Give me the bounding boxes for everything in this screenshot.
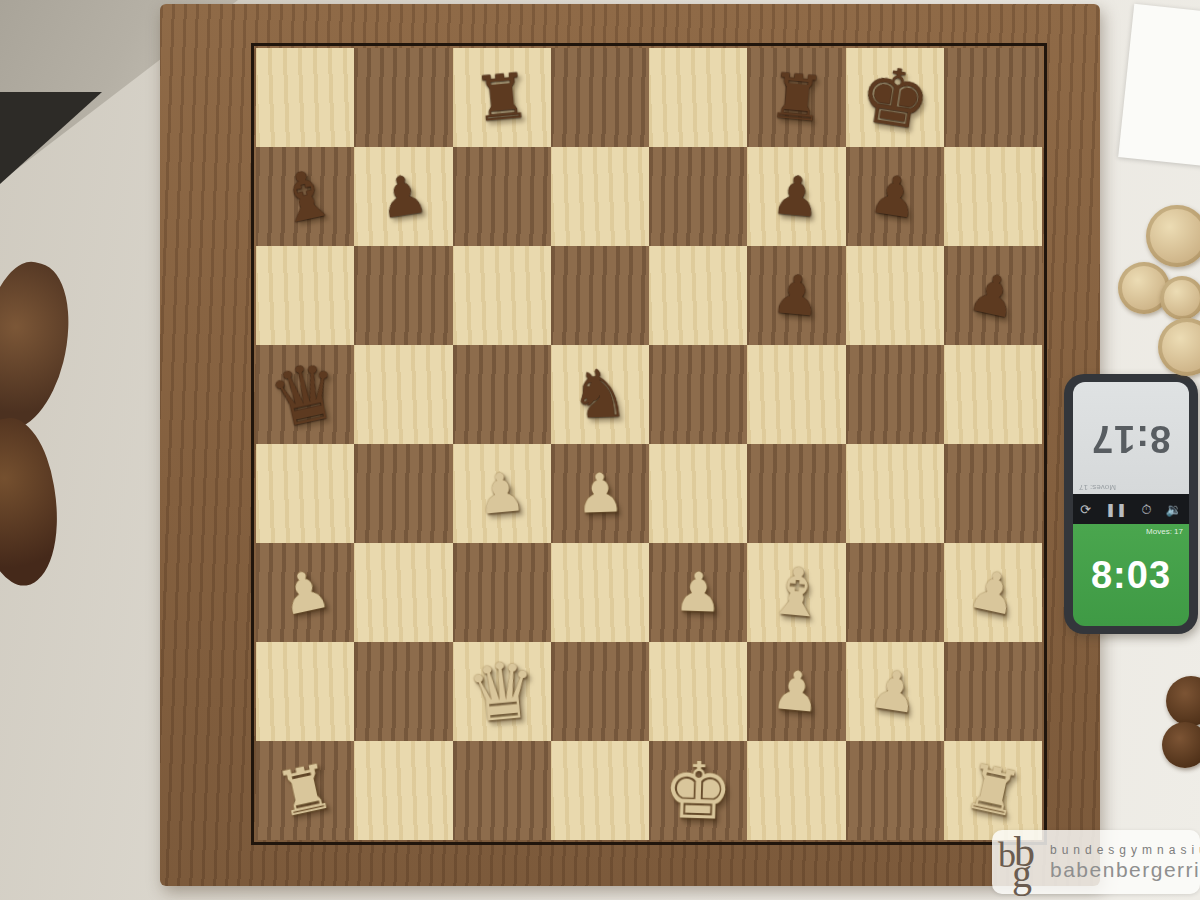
- chess-board-grid: ♜♜♚♝♟♟♟♟♟♛♞♟♟♟♟♝♟♛♟♟♜♚♜: [256, 48, 1042, 840]
- square-c7[interactable]: [453, 147, 551, 246]
- square-g3[interactable]: [846, 543, 944, 642]
- square-g4[interactable]: [846, 444, 944, 543]
- square-f6[interactable]: ♟: [747, 246, 845, 345]
- square-f2[interactable]: ♟: [747, 642, 845, 741]
- piece-white-rook-a1[interactable]: ♜: [271, 754, 339, 826]
- square-b5[interactable]: [354, 345, 452, 444]
- captured-black-piece: [1162, 722, 1200, 768]
- square-d8[interactable]: [551, 48, 649, 147]
- square-a4[interactable]: [256, 444, 354, 543]
- sound-icon[interactable]: 🔉: [1166, 503, 1182, 516]
- piece-black-bishop-a7[interactable]: ♝: [269, 158, 341, 235]
- square-c4[interactable]: ♟: [453, 444, 551, 543]
- square-b8[interactable]: [354, 48, 452, 147]
- square-d1[interactable]: [551, 741, 649, 840]
- chess-board: ♜♜♚♝♟♟♟♟♟♛♞♟♟♟♟♝♟♛♟♟♜♚♜: [160, 4, 1100, 886]
- school-name-line2: babenbergerring: [1050, 858, 1200, 882]
- piece-white-rook-h1[interactable]: ♜: [959, 754, 1027, 826]
- piece-black-rook-f8[interactable]: ♜: [766, 64, 827, 131]
- piece-black-pawn-f7[interactable]: ♟: [770, 167, 823, 225]
- pause-icon[interactable]: ❚❚: [1105, 503, 1127, 516]
- square-a6[interactable]: [256, 246, 354, 345]
- piece-black-pawn-f6[interactable]: ♟: [770, 266, 823, 324]
- square-e1[interactable]: ♚: [649, 741, 747, 840]
- opponent-move-counter: Moves: 17: [1079, 483, 1116, 492]
- piece-black-pawn-b7[interactable]: ♟: [375, 166, 431, 227]
- clock-player-half[interactable]: 8:03 Moves: 17: [1073, 524, 1189, 626]
- square-f7[interactable]: ♟: [747, 147, 845, 246]
- square-c5[interactable]: [453, 345, 551, 444]
- leather-piece-case: [0, 413, 69, 591]
- piece-white-pawn-h3[interactable]: ♟: [963, 561, 1022, 624]
- square-b2[interactable]: [354, 642, 452, 741]
- square-e2[interactable]: [649, 642, 747, 741]
- square-h7[interactable]: [944, 147, 1042, 246]
- square-b6[interactable]: [354, 246, 452, 345]
- square-a3[interactable]: ♟: [256, 543, 354, 642]
- leather-piece-case: [0, 254, 85, 437]
- piece-black-pawn-h6[interactable]: ♟: [963, 264, 1022, 327]
- square-b3[interactable]: [354, 543, 452, 642]
- square-h4[interactable]: [944, 444, 1042, 543]
- square-h1[interactable]: ♜: [944, 741, 1042, 840]
- square-c1[interactable]: [453, 741, 551, 840]
- piece-white-pawn-e3[interactable]: ♟: [673, 565, 723, 620]
- square-e7[interactable]: [649, 147, 747, 246]
- phone-chess-clock: 8:17 Moves: 17 ⟳❚❚⏱🔉 8:03 Moves: 17: [1064, 374, 1198, 634]
- square-g5[interactable]: [846, 345, 944, 444]
- square-h3[interactable]: ♟: [944, 543, 1042, 642]
- square-d4[interactable]: ♟: [551, 444, 649, 543]
- square-a1[interactable]: ♜: [256, 741, 354, 840]
- square-h2[interactable]: [944, 642, 1042, 741]
- captured-white-piece: [1158, 318, 1200, 376]
- clock-opponent-half[interactable]: 8:17 Moves: 17: [1073, 382, 1189, 494]
- player-time: 8:03: [1091, 554, 1171, 597]
- square-d7[interactable]: [551, 147, 649, 246]
- square-f4[interactable]: [747, 444, 845, 543]
- bench-stripe: [0, 92, 102, 184]
- piece-white-pawn-d4[interactable]: ♟: [575, 466, 625, 521]
- square-e5[interactable]: [649, 345, 747, 444]
- square-d3[interactable]: [551, 543, 649, 642]
- square-b7[interactable]: ♟: [354, 147, 452, 246]
- piece-black-rook-c8[interactable]: ♜: [471, 64, 532, 131]
- square-g1[interactable]: [846, 741, 944, 840]
- piece-black-king-g8[interactable]: ♚: [854, 54, 935, 142]
- square-c3[interactable]: [453, 543, 551, 642]
- square-e8[interactable]: [649, 48, 747, 147]
- captured-white-piece: [1160, 276, 1200, 320]
- square-f1[interactable]: [747, 741, 845, 840]
- square-d5[interactable]: ♞: [551, 345, 649, 444]
- square-e6[interactable]: [649, 246, 747, 345]
- square-f5[interactable]: [747, 345, 845, 444]
- square-d6[interactable]: [551, 246, 649, 345]
- captured-white-piece: [1146, 205, 1200, 267]
- square-b4[interactable]: [354, 444, 452, 543]
- captured-black-piece: [1166, 676, 1200, 726]
- clock-toolbar: ⟳❚❚⏱🔉: [1073, 494, 1189, 524]
- school-logo-monogram: b b g: [992, 832, 1046, 892]
- player-move-counter: Moves: 17: [1146, 527, 1183, 536]
- square-e3[interactable]: ♟: [649, 543, 747, 642]
- square-a8[interactable]: [256, 48, 354, 147]
- square-a7[interactable]: ♝: [256, 147, 354, 246]
- piece-white-pawn-a3[interactable]: ♟: [276, 561, 335, 624]
- piece-black-queen-a5[interactable]: ♛: [263, 349, 348, 440]
- square-h5[interactable]: [944, 345, 1042, 444]
- square-h8[interactable]: [944, 48, 1042, 147]
- school-name-line1: bundesgymnasium: [1050, 843, 1200, 857]
- square-a2[interactable]: [256, 642, 354, 741]
- square-g7[interactable]: ♟: [846, 147, 944, 246]
- square-c8[interactable]: ♜: [453, 48, 551, 147]
- school-logo: b b g bundesgymnasium babenbergerring: [992, 830, 1200, 894]
- table-scene: ♜♜♚♝♟♟♟♟♟♛♞♟♟♟♟♝♟♛♟♟♜♚♜ 8:17 Moves: 17 ⟳…: [0, 0, 1200, 900]
- square-g8[interactable]: ♚: [846, 48, 944, 147]
- square-h6[interactable]: ♟: [944, 246, 1042, 345]
- chess-clock-screen: 8:17 Moves: 17 ⟳❚❚⏱🔉 8:03 Moves: 17: [1073, 382, 1189, 626]
- piece-white-bishop-f3[interactable]: ♝: [764, 557, 829, 628]
- square-d2[interactable]: [551, 642, 649, 741]
- square-a5[interactable]: ♛: [256, 345, 354, 444]
- square-f3[interactable]: ♝: [747, 543, 845, 642]
- piece-black-pawn-g7[interactable]: ♟: [867, 166, 923, 227]
- square-f8[interactable]: ♜: [747, 48, 845, 147]
- piece-white-queen-c2[interactable]: ♛: [463, 649, 540, 733]
- piece-white-pawn-c4[interactable]: ♟: [475, 464, 528, 522]
- square-e4[interactable]: [649, 444, 747, 543]
- piece-white-pawn-g2[interactable]: ♟: [867, 661, 923, 722]
- square-c2[interactable]: ♛: [453, 642, 551, 741]
- timer-icon[interactable]: ⏱: [1141, 503, 1151, 516]
- piece-white-king-e1[interactable]: ♚: [662, 750, 734, 830]
- opponent-time: 8:17: [1091, 417, 1171, 460]
- piece-white-pawn-f2[interactable]: ♟: [770, 662, 823, 720]
- square-g6[interactable]: [846, 246, 944, 345]
- piece-black-knight-d5[interactable]: ♞: [569, 361, 630, 429]
- square-g2[interactable]: ♟: [846, 642, 944, 741]
- paper-sheet: [1118, 4, 1200, 166]
- restart-icon[interactable]: ⟳: [1080, 503, 1091, 516]
- square-b1[interactable]: [354, 741, 452, 840]
- square-c6[interactable]: [453, 246, 551, 345]
